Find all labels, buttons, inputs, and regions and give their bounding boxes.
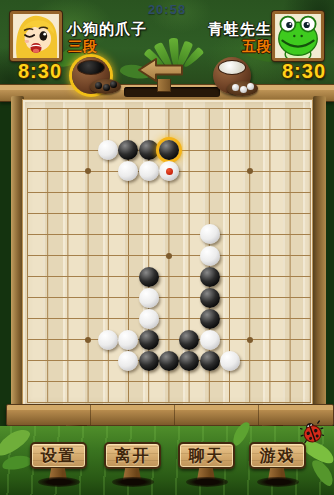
- stone-white: [118, 161, 138, 181]
- girl-avatar-icon: [13, 14, 59, 58]
- stone-black: [159, 140, 179, 160]
- frog-avatar-icon: [275, 14, 321, 58]
- button-hole: [186, 477, 228, 487]
- star-point: [85, 168, 91, 174]
- game-button[interactable]: 游戏: [249, 442, 306, 469]
- button-hole: [112, 477, 154, 487]
- chat-button[interactable]: 聊天: [178, 442, 235, 469]
- black-stones-in-bowl: [77, 60, 105, 75]
- stone-black: [179, 330, 199, 350]
- arrow-stand: [157, 79, 171, 92]
- left-player-avatar[interactable]: [10, 11, 62, 61]
- stone-black: [200, 309, 220, 329]
- stone-white: [159, 161, 179, 181]
- stone-white: [139, 309, 159, 329]
- stone-white: [139, 161, 159, 181]
- board-bottom-beam: [6, 404, 334, 426]
- board-grid[interactable]: [27, 108, 311, 403]
- left-player-name: 小狗的爪子: [67, 20, 147, 37]
- stone-black: [179, 351, 199, 371]
- left-player-rank: 三段: [68, 38, 98, 54]
- stone-white: [118, 330, 138, 350]
- leaf-decoration: [1, 453, 33, 471]
- white-stones-in-bowl: [218, 60, 246, 75]
- stone-black: [200, 351, 220, 371]
- stone-black: [139, 351, 159, 371]
- settings-button[interactable]: 设置: [30, 442, 87, 469]
- star-point: [247, 337, 253, 343]
- leaf-decoration: [0, 425, 33, 460]
- board-right-post: [313, 96, 326, 420]
- left-player-timer: 8:30: [13, 60, 67, 82]
- ladybug-icon: [300, 420, 324, 444]
- last-move-marker: [166, 168, 173, 175]
- button-hole: [257, 477, 299, 487]
- button-hole: [38, 477, 80, 487]
- stone-white: [200, 330, 220, 350]
- gomoku-game-window: 20:58: [0, 0, 334, 495]
- stone-black: [200, 288, 220, 308]
- stone-black: [118, 140, 138, 160]
- stone-white: [200, 224, 220, 244]
- stone-white: [200, 246, 220, 266]
- stone-white: [139, 288, 159, 308]
- stone-black: [139, 330, 159, 350]
- right-player-name: 青蛙先生: [150, 20, 272, 37]
- white-bowl-lid: [227, 81, 258, 96]
- black-bowl-lid: [90, 79, 121, 94]
- beam-slot: [124, 87, 220, 97]
- stone-black: [200, 267, 220, 287]
- star-point: [166, 253, 172, 259]
- right-player-timer: 8:30: [277, 60, 331, 82]
- stone-black: [139, 267, 159, 287]
- stone-white: [118, 351, 138, 371]
- stone-black: [139, 140, 159, 160]
- stone-white: [98, 330, 118, 350]
- star-point: [247, 168, 253, 174]
- stone-white: [98, 140, 118, 160]
- stone-black: [159, 351, 179, 371]
- star-point: [85, 337, 91, 343]
- right-player-avatar[interactable]: [272, 11, 324, 61]
- stone-white: [220, 351, 240, 371]
- game-clock: 20:58: [127, 2, 207, 17]
- leave-button[interactable]: 离开: [104, 442, 161, 469]
